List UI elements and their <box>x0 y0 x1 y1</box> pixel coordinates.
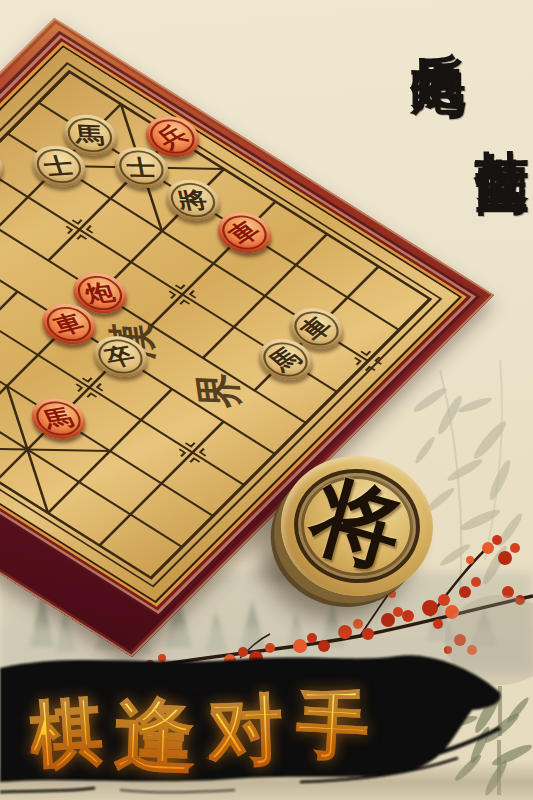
general-piece-char: 将 <box>299 455 416 594</box>
splash-screen[interactable]: 漢 界 兵馬士將車士車馬卒炮車卒馬 兵挺炮鸣 技艺盖世间 将 <box>0 0 533 800</box>
banner-title-char-2: 对 <box>206 679 284 783</box>
calligraphy-verse-line-2: 技艺盖世间 <box>465 106 533 121</box>
banner-title: 棋逢对手 <box>30 680 368 788</box>
calligraphy-verse-line-1: 兵挺炮鸣 <box>401 8 475 28</box>
banner-title-char-3: 手 <box>294 676 371 776</box>
banner-title-char-0: 棋 <box>27 684 106 785</box>
banner-title-char-1: 逢 <box>113 682 197 793</box>
river-jie-label: 界 <box>188 368 249 413</box>
